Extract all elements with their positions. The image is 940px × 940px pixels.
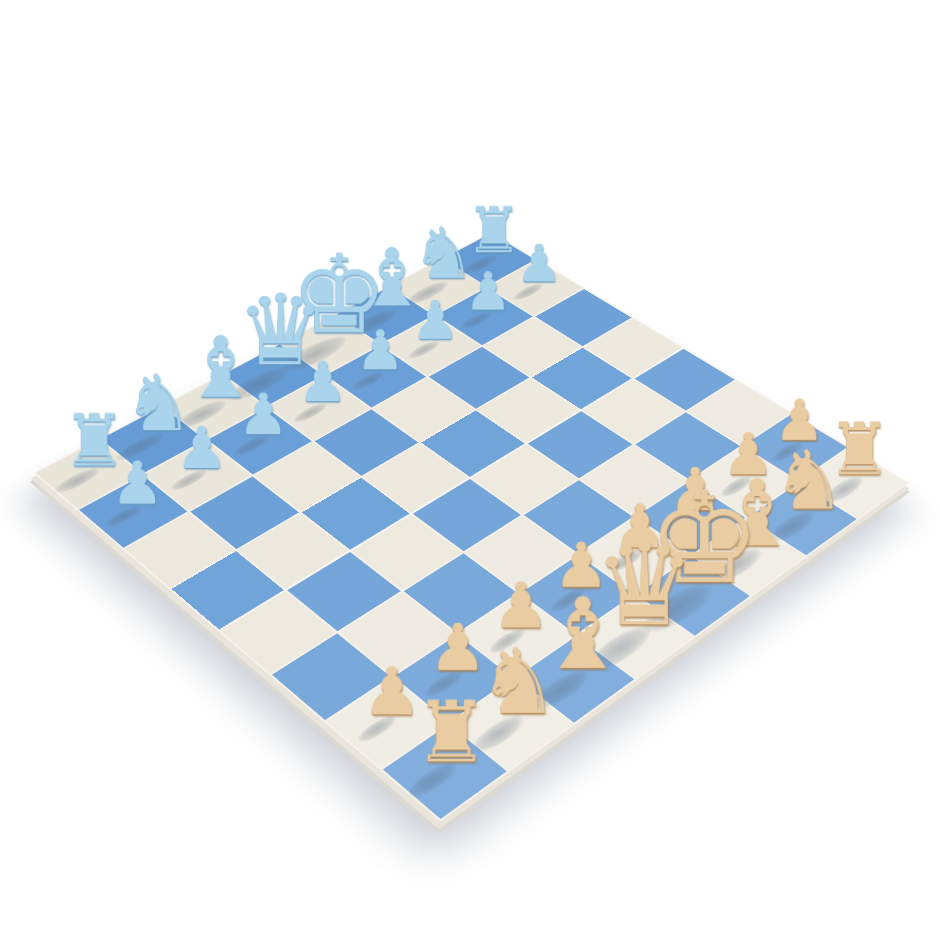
wood-pawn-a2[interactable]: ♟	[362, 659, 421, 725]
chess-board: ♜♞♝♛♚♝♞♜♟♟♟♟♟♟♟♟♟♟♟♟♟♟♟♟♜♞♝♛♚♝♞♜	[33, 232, 909, 822]
blue-pawn-e7[interactable]: ♟	[356, 323, 405, 378]
blue-pawn-a7[interactable]: ♟	[111, 454, 164, 513]
blue-pawn-d7[interactable]: ♟	[298, 354, 348, 410]
square-d4[interactable]	[413, 479, 522, 552]
blue-pawn-g7[interactable]: ♟	[465, 265, 512, 318]
blue-pawn-b7[interactable]: ♟	[176, 419, 228, 477]
product-photo-scene: ♜♞♝♛♚♝♞♜♟♟♟♟♟♟♟♟♟♟♟♟♟♟♟♟♜♞♝♛♚♝♞♜	[0, 0, 940, 940]
board-tilt-wrapper: ♜♞♝♛♚♝♞♜♟♟♟♟♟♟♟♟♟♟♟♟♟♟♟♟♜♞♝♛♚♝♞♜	[33, 232, 909, 822]
blue-pawn-f7[interactable]: ♟	[411, 293, 459, 347]
wood-rook-a1[interactable]: ♜	[414, 690, 490, 774]
blue-pawn-c7[interactable]: ♟	[238, 386, 289, 443]
wood-knight-b1[interactable]: ♞	[478, 637, 560, 729]
blue-pawn-h7[interactable]: ♟	[516, 237, 562, 289]
